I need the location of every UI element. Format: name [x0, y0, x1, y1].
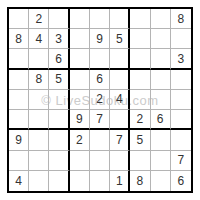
given-digit-r8c9[interactable]: 7	[171, 151, 191, 171]
given-digit-r2c3[interactable]: 3	[49, 29, 69, 49]
given-digit-r2c5[interactable]: 9	[90, 29, 110, 49]
cell-r4c8[interactable]	[151, 70, 171, 90]
cell-r7c2[interactable]	[29, 130, 49, 150]
cell-r1c3[interactable]	[49, 9, 69, 29]
cell-r4c4[interactable]	[70, 70, 90, 90]
given-digit-r3c9[interactable]: 3	[171, 49, 191, 69]
cell-r3c8[interactable]	[151, 49, 171, 69]
given-digit-r1c2[interactable]: 2	[29, 9, 49, 29]
cell-r5c4[interactable]	[70, 90, 90, 110]
cell-r1c7[interactable]	[130, 9, 150, 29]
given-digit-r5c6[interactable]: 4	[110, 90, 130, 110]
cell-r7c9[interactable]	[171, 130, 191, 150]
given-digit-r9c6[interactable]: 1	[110, 171, 130, 191]
given-digit-r1c9[interactable]: 8	[171, 9, 191, 29]
cell-r7c8[interactable]	[151, 130, 171, 150]
given-digit-r9c1[interactable]: 4	[9, 171, 29, 191]
cell-r6c3[interactable]	[49, 110, 69, 130]
cell-r6c1[interactable]	[9, 110, 29, 130]
cell-r6c6[interactable]	[110, 110, 130, 130]
cell-r8c3[interactable]	[49, 151, 69, 171]
cell-r8c2[interactable]	[29, 151, 49, 171]
given-digit-r5c5[interactable]: 2	[90, 90, 110, 110]
cell-r7c5[interactable]	[90, 130, 110, 150]
given-digit-r2c2[interactable]: 4	[29, 29, 49, 49]
cell-r5c3[interactable]	[49, 90, 69, 110]
cell-r9c4[interactable]	[70, 171, 90, 191]
cell-r1c5[interactable]	[90, 9, 110, 29]
cell-r9c3[interactable]	[49, 171, 69, 191]
sudoku-page: © LiveSudoku.com 28843956385624972692757…	[0, 0, 200, 200]
cell-r4c1[interactable]	[9, 70, 29, 90]
given-digit-r4c5[interactable]: 6	[90, 70, 110, 90]
cell-r8c6[interactable]	[110, 151, 130, 171]
given-digit-r6c7[interactable]: 2	[130, 110, 150, 130]
cell-r2c7[interactable]	[130, 29, 150, 49]
cell-r3c4[interactable]	[70, 49, 90, 69]
cell-r3c7[interactable]	[130, 49, 150, 69]
cell-r8c7[interactable]	[130, 151, 150, 171]
cell-r9c8[interactable]	[151, 171, 171, 191]
cell-r5c2[interactable]	[29, 90, 49, 110]
cell-r6c2[interactable]	[29, 110, 49, 130]
sudoku-board: © LiveSudoku.com 28843956385624972692757…	[7, 7, 193, 193]
cell-r4c9[interactable]	[171, 70, 191, 90]
cell-r7c3[interactable]	[49, 130, 69, 150]
cell-r8c5[interactable]	[90, 151, 110, 171]
cell-r8c4[interactable]	[70, 151, 90, 171]
given-digit-r3c3[interactable]: 6	[49, 49, 69, 69]
given-digit-r4c2[interactable]: 8	[29, 70, 49, 90]
given-digit-r9c7[interactable]: 8	[130, 171, 150, 191]
given-digit-r2c6[interactable]: 5	[110, 29, 130, 49]
given-digit-r7c6[interactable]: 7	[110, 130, 130, 150]
cell-r8c8[interactable]	[151, 151, 171, 171]
cell-r1c4[interactable]	[70, 9, 90, 29]
cell-r2c4[interactable]	[70, 29, 90, 49]
given-digit-r6c4[interactable]: 9	[70, 110, 90, 130]
given-digit-r7c4[interactable]: 2	[70, 130, 90, 150]
cell-r5c9[interactable]	[171, 90, 191, 110]
cell-r2c9[interactable]	[171, 29, 191, 49]
cell-r9c2[interactable]	[29, 171, 49, 191]
cell-r6c9[interactable]	[171, 110, 191, 130]
cell-r5c8[interactable]	[151, 90, 171, 110]
cell-r8c1[interactable]	[9, 151, 29, 171]
cell-r3c5[interactable]	[90, 49, 110, 69]
given-digit-r7c7[interactable]: 5	[130, 130, 150, 150]
given-digit-r6c8[interactable]: 6	[151, 110, 171, 130]
given-digit-r6c5[interactable]: 7	[90, 110, 110, 130]
cell-r4c6[interactable]	[110, 70, 130, 90]
cell-r1c1[interactable]	[9, 9, 29, 29]
cell-r3c1[interactable]	[9, 49, 29, 69]
cell-r4c7[interactable]	[130, 70, 150, 90]
cell-r1c8[interactable]	[151, 9, 171, 29]
given-digit-r7c1[interactable]: 9	[9, 130, 29, 150]
cell-r3c6[interactable]	[110, 49, 130, 69]
given-digit-r2c1[interactable]: 8	[9, 29, 29, 49]
cell-r5c1[interactable]	[9, 90, 29, 110]
cell-r1c6[interactable]	[110, 9, 130, 29]
cell-r3c2[interactable]	[29, 49, 49, 69]
cell-r5c7[interactable]	[130, 90, 150, 110]
given-digit-r4c3[interactable]: 5	[49, 70, 69, 90]
cell-r9c5[interactable]	[90, 171, 110, 191]
given-digit-r9c9[interactable]: 6	[171, 171, 191, 191]
cell-r2c8[interactable]	[151, 29, 171, 49]
